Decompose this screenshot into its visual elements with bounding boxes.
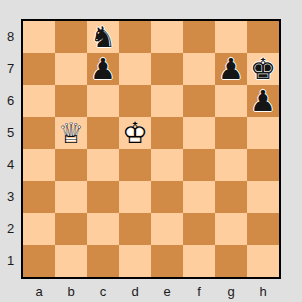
square-a6[interactable]	[23, 85, 55, 117]
square-f8[interactable]	[183, 21, 215, 53]
square-h6[interactable]: ♟	[247, 85, 279, 117]
square-e7[interactable]	[151, 53, 183, 85]
square-a2[interactable]	[23, 213, 55, 245]
square-b1[interactable]	[55, 245, 87, 277]
square-f4[interactable]	[183, 149, 215, 181]
rank-label-7: 7	[0, 53, 21, 85]
square-g8[interactable]	[215, 21, 247, 53]
square-b2[interactable]	[55, 213, 87, 245]
file-label-f: f	[183, 281, 215, 302]
square-e6[interactable]	[151, 85, 183, 117]
square-f6[interactable]	[183, 85, 215, 117]
chess-board: ♞♟♟♚♟♛♕♚♔	[21, 19, 281, 279]
square-f3[interactable]	[183, 181, 215, 213]
square-f7[interactable]	[183, 53, 215, 85]
square-g1[interactable]	[215, 245, 247, 277]
square-a3[interactable]	[23, 181, 55, 213]
square-b7[interactable]	[55, 53, 87, 85]
square-h2[interactable]	[247, 213, 279, 245]
square-e1[interactable]	[151, 245, 183, 277]
rank-labels: 87654321	[0, 21, 21, 277]
square-c1[interactable]	[87, 245, 119, 277]
file-label-c: c	[87, 281, 119, 302]
square-g2[interactable]	[215, 213, 247, 245]
rank-label-6: 6	[0, 85, 21, 117]
square-c3[interactable]	[87, 181, 119, 213]
square-f5[interactable]	[183, 117, 215, 149]
file-label-d: d	[119, 281, 151, 302]
white-king[interactable]: ♚♔	[119, 117, 151, 149]
piece-outline-layer: ♔	[119, 117, 151, 149]
rank-label-4: 4	[0, 149, 21, 181]
file-label-a: a	[23, 281, 55, 302]
square-c4[interactable]	[87, 149, 119, 181]
rank-label-1: 1	[0, 245, 21, 277]
black-knight[interactable]: ♞	[87, 21, 119, 53]
square-c7[interactable]: ♟	[87, 53, 119, 85]
square-c2[interactable]	[87, 213, 119, 245]
square-b4[interactable]	[55, 149, 87, 181]
square-h1[interactable]	[247, 245, 279, 277]
rank-label-3: 3	[0, 181, 21, 213]
square-d8[interactable]	[119, 21, 151, 53]
square-h3[interactable]	[247, 181, 279, 213]
square-a7[interactable]	[23, 53, 55, 85]
square-b6[interactable]	[55, 85, 87, 117]
square-d4[interactable]	[119, 149, 151, 181]
rank-label-5: 5	[0, 117, 21, 149]
square-e5[interactable]	[151, 117, 183, 149]
black-pawn[interactable]: ♟	[87, 53, 119, 85]
rank-label-2: 2	[0, 213, 21, 245]
white-queen[interactable]: ♛♕	[55, 117, 87, 149]
square-d2[interactable]	[119, 213, 151, 245]
black-pawn[interactable]: ♟	[215, 53, 247, 85]
square-b8[interactable]	[55, 21, 87, 53]
square-a8[interactable]	[23, 21, 55, 53]
square-d1[interactable]	[119, 245, 151, 277]
file-label-b: b	[55, 281, 87, 302]
square-e8[interactable]	[151, 21, 183, 53]
square-d6[interactable]	[119, 85, 151, 117]
square-f2[interactable]	[183, 213, 215, 245]
piece-outline-layer: ♕	[55, 117, 87, 149]
file-label-e: e	[151, 281, 183, 302]
chess-diagram: 87654321 ♞♟♟♚♟♛♕♚♔ abcdefgh	[0, 0, 302, 302]
square-a5[interactable]	[23, 117, 55, 149]
square-d3[interactable]	[119, 181, 151, 213]
square-d7[interactable]	[119, 53, 151, 85]
square-a4[interactable]	[23, 149, 55, 181]
square-c8[interactable]: ♞	[87, 21, 119, 53]
square-c5[interactable]	[87, 117, 119, 149]
file-labels: abcdefgh	[23, 281, 279, 302]
black-pawn[interactable]: ♟	[247, 85, 279, 117]
square-b5[interactable]: ♛♕	[55, 117, 87, 149]
black-king[interactable]: ♚	[247, 53, 279, 85]
square-d5[interactable]: ♚♔	[119, 117, 151, 149]
square-h4[interactable]	[247, 149, 279, 181]
file-label-h: h	[247, 281, 279, 302]
square-g7[interactable]: ♟	[215, 53, 247, 85]
square-h8[interactable]	[247, 21, 279, 53]
square-e4[interactable]	[151, 149, 183, 181]
square-e3[interactable]	[151, 181, 183, 213]
square-g4[interactable]	[215, 149, 247, 181]
square-h5[interactable]	[247, 117, 279, 149]
square-b3[interactable]	[55, 181, 87, 213]
rank-label-8: 8	[0, 21, 21, 53]
square-a1[interactable]	[23, 245, 55, 277]
square-g3[interactable]	[215, 181, 247, 213]
square-g6[interactable]	[215, 85, 247, 117]
square-e2[interactable]	[151, 213, 183, 245]
square-g5[interactable]	[215, 117, 247, 149]
file-label-g: g	[215, 281, 247, 302]
square-c6[interactable]	[87, 85, 119, 117]
square-h7[interactable]: ♚	[247, 53, 279, 85]
square-f1[interactable]	[183, 245, 215, 277]
